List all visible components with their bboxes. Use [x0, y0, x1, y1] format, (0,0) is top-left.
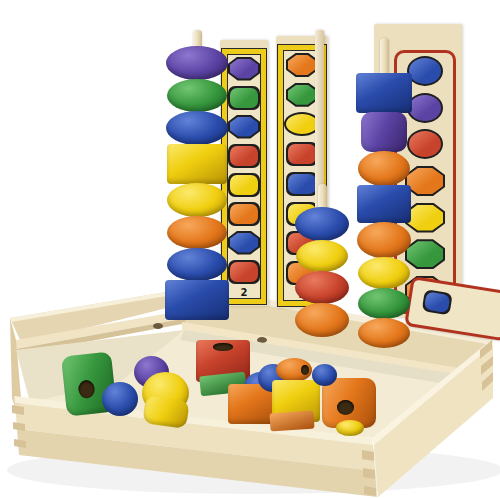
card-shape-cell — [227, 257, 261, 286]
red-sphere-bead — [295, 271, 349, 304]
yellow-rounded-square — [228, 173, 260, 197]
yellow-octagon-fill — [407, 205, 443, 231]
orange-cylinder-hole — [337, 400, 354, 415]
card-shape-cell — [227, 170, 261, 199]
red-rounded-square — [228, 144, 260, 168]
green-octagon-fill — [288, 85, 316, 105]
yellow-sphere-bead — [167, 183, 227, 217]
orange-octagon-fill — [407, 168, 443, 194]
blue-octagon-fill — [230, 117, 258, 137]
card-printed-panel: 2 — [222, 49, 266, 304]
purple-sphere-bead — [166, 46, 228, 80]
yellow-cube-bead — [167, 144, 227, 184]
green-rounded-square — [228, 86, 260, 110]
bead-sequencing-set-photo: 23 — [0, 0, 500, 498]
card-shape-cell — [227, 199, 261, 228]
orange-sphere-hole — [301, 365, 309, 375]
purple-octagon — [228, 57, 260, 81]
card-shape-cell — [227, 54, 261, 83]
green-sphere-bead — [167, 79, 227, 112]
orange-sphere-bead — [276, 358, 312, 382]
green-octagon — [405, 239, 445, 269]
purple-circle-fill — [409, 95, 441, 121]
red-rounded-square — [286, 142, 318, 166]
yellow-rounded-square-fill — [230, 175, 258, 195]
orange-octagon — [286, 53, 318, 77]
green-cylinder-hole — [78, 380, 96, 400]
blue-sphere-bead — [167, 248, 227, 281]
blue-rounded-square — [422, 289, 453, 315]
orange-octagon — [405, 166, 445, 196]
green-sphere-bead — [358, 288, 410, 319]
blue-sphere-bead — [312, 364, 337, 386]
red-rounded-square-fill — [288, 144, 316, 164]
card-shape-cell — [227, 112, 261, 141]
red-circle — [407, 129, 443, 159]
orange-sphere-bead — [358, 318, 410, 348]
blue-sphere-bead — [166, 111, 228, 145]
card-shape-cell — [227, 228, 261, 257]
blue-cube-bead — [357, 185, 411, 223]
green-rounded-square-fill — [230, 88, 258, 108]
orange-sphere-bead — [167, 216, 227, 249]
yellow-ellipse-fill — [286, 114, 318, 134]
blue-cube-bead — [356, 73, 412, 113]
yellow-sphere-bead — [336, 420, 364, 436]
card-number-label: 2 — [227, 287, 261, 298]
blue-sphere-bead — [102, 382, 138, 416]
blue-octagon-fill — [230, 233, 258, 253]
pattern-card-2: 2 — [220, 40, 268, 306]
purple-cylinder-bead — [361, 112, 407, 152]
yellow-sphere-bead — [358, 257, 410, 289]
red-rounded-square-fill — [230, 262, 258, 282]
yellow-sphere-bead — [296, 240, 348, 272]
orange-sphere-bead — [295, 303, 349, 337]
purple-octagon-fill — [230, 59, 258, 79]
blue-octagon — [228, 115, 260, 139]
green-octagon-fill — [407, 241, 443, 267]
red-rounded-square-fill — [230, 146, 258, 166]
orange-sphere-bead — [358, 151, 410, 186]
orange-sphere-bead — [357, 222, 411, 258]
blue-rounded-square-fill — [424, 291, 451, 313]
card-shape-cell — [227, 83, 261, 112]
blue-rounded-square — [286, 172, 318, 196]
blue-circle-fill — [409, 58, 441, 84]
orange-flat-square-bead — [269, 410, 314, 431]
blue-rounded-square-fill — [288, 174, 316, 194]
blue-cube-bead — [165, 280, 229, 320]
card-shape-column — [227, 54, 261, 286]
blue-circle — [407, 56, 443, 86]
green-octagon — [286, 83, 318, 107]
red-cube-hole — [213, 343, 232, 351]
purple-circle — [407, 93, 443, 123]
orange-octagon-fill — [288, 55, 316, 75]
orange-rounded-square-fill — [230, 204, 258, 224]
yellow-octagon — [405, 203, 445, 233]
red-circle-fill — [409, 131, 441, 157]
red-rounded-square — [228, 260, 260, 284]
blue-sphere-bead — [295, 207, 349, 241]
orange-rounded-square — [228, 202, 260, 226]
blue-octagon — [228, 231, 260, 255]
card-shape-cell — [227, 141, 261, 170]
